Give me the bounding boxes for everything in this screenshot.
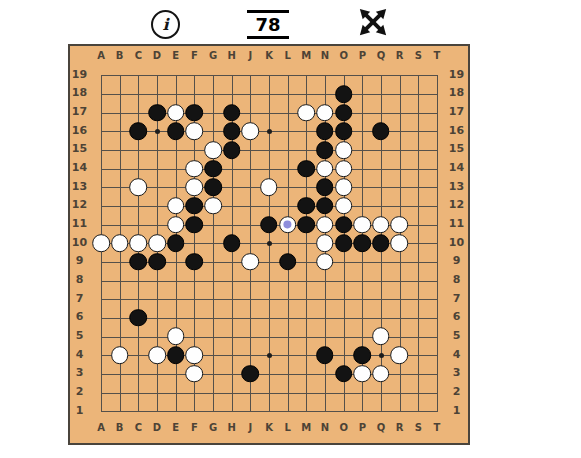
intersection-J2[interactable] — [241, 383, 260, 402]
intersection-N7[interactable] — [316, 290, 335, 309]
intersection-H15[interactable] — [222, 141, 241, 160]
intersection-D15[interactable] — [148, 141, 167, 160]
intersection-S6[interactable] — [409, 309, 428, 328]
intersection-O17[interactable] — [334, 103, 353, 122]
intersection-S4[interactable] — [409, 346, 428, 365]
intersection-L11[interactable] — [278, 215, 297, 234]
intersection-R8[interactable] — [390, 271, 409, 290]
intersection-A4[interactable] — [92, 346, 111, 365]
intersection-P19[interactable] — [353, 66, 372, 85]
intersection-R10[interactable] — [390, 234, 409, 253]
intersection-Q2[interactable] — [372, 383, 391, 402]
intersection-M1[interactable] — [297, 402, 316, 421]
intersection-C15[interactable] — [129, 141, 148, 160]
intersection-R18[interactable] — [390, 85, 409, 104]
intersection-F8[interactable] — [185, 271, 204, 290]
intersection-C18[interactable] — [129, 85, 148, 104]
intersection-P9[interactable] — [353, 253, 372, 272]
intersection-E4[interactable] — [166, 346, 185, 365]
intersection-T18[interactable] — [427, 85, 446, 104]
intersection-J19[interactable] — [241, 66, 260, 85]
intersection-O15[interactable] — [334, 141, 353, 160]
intersection-B2[interactable] — [110, 383, 129, 402]
intersection-O5[interactable] — [334, 327, 353, 346]
intersection-E19[interactable] — [166, 66, 185, 85]
intersection-T9[interactable] — [427, 253, 446, 272]
intersection-K18[interactable] — [260, 85, 279, 104]
intersection-G4[interactable] — [204, 346, 223, 365]
intersection-Q13[interactable] — [372, 178, 391, 197]
intersection-P1[interactable] — [353, 402, 372, 421]
intersection-J13[interactable] — [241, 178, 260, 197]
intersection-M6[interactable] — [297, 309, 316, 328]
intersection-L10[interactable] — [278, 234, 297, 253]
intersection-M4[interactable] — [297, 346, 316, 365]
intersection-J9[interactable] — [241, 253, 260, 272]
intersection-E5[interactable] — [166, 327, 185, 346]
intersection-M15[interactable] — [297, 141, 316, 160]
intersection-N15[interactable] — [316, 141, 335, 160]
intersection-K8[interactable] — [260, 271, 279, 290]
intersection-N13[interactable] — [316, 178, 335, 197]
intersection-L16[interactable] — [278, 122, 297, 141]
intersection-R6[interactable] — [390, 309, 409, 328]
intersection-M12[interactable] — [297, 197, 316, 216]
intersection-D10[interactable] — [148, 234, 167, 253]
intersection-C10[interactable] — [129, 234, 148, 253]
intersection-T3[interactable] — [427, 364, 446, 383]
intersection-G17[interactable] — [204, 103, 223, 122]
intersection-H16[interactable] — [222, 122, 241, 141]
intersection-O16[interactable] — [334, 122, 353, 141]
intersection-G15[interactable] — [204, 141, 223, 160]
intersection-K15[interactable] — [260, 141, 279, 160]
intersection-S16[interactable] — [409, 122, 428, 141]
intersection-A10[interactable] — [92, 234, 111, 253]
intersection-G11[interactable] — [204, 215, 223, 234]
intersection-F15[interactable] — [185, 141, 204, 160]
intersection-R2[interactable] — [390, 383, 409, 402]
intersection-R14[interactable] — [390, 159, 409, 178]
intersection-D9[interactable] — [148, 253, 167, 272]
intersection-Q11[interactable] — [372, 215, 391, 234]
intersection-A8[interactable] — [92, 271, 111, 290]
intersection-N12[interactable] — [316, 197, 335, 216]
intersection-G7[interactable] — [204, 290, 223, 309]
intersection-T14[interactable] — [427, 159, 446, 178]
intersection-H19[interactable] — [222, 66, 241, 85]
intersection-F10[interactable] — [185, 234, 204, 253]
intersection-N3[interactable] — [316, 364, 335, 383]
intersection-O11[interactable] — [334, 215, 353, 234]
intersection-S14[interactable] — [409, 159, 428, 178]
intersection-R16[interactable] — [390, 122, 409, 141]
intersection-F13[interactable] — [185, 178, 204, 197]
intersection-F5[interactable] — [185, 327, 204, 346]
intersection-E11[interactable] — [166, 215, 185, 234]
intersection-O1[interactable] — [334, 402, 353, 421]
intersection-E17[interactable] — [166, 103, 185, 122]
intersection-E6[interactable] — [166, 309, 185, 328]
intersection-B12[interactable] — [110, 197, 129, 216]
intersection-D17[interactable] — [148, 103, 167, 122]
intersection-D11[interactable] — [148, 215, 167, 234]
intersection-B9[interactable] — [110, 253, 129, 272]
intersection-O12[interactable] — [334, 197, 353, 216]
intersection-D8[interactable] — [148, 271, 167, 290]
intersection-Q7[interactable] — [372, 290, 391, 309]
intersection-O9[interactable] — [334, 253, 353, 272]
intersection-C6[interactable] — [129, 309, 148, 328]
intersection-G6[interactable] — [204, 309, 223, 328]
intersection-O4[interactable] — [334, 346, 353, 365]
intersection-T17[interactable] — [427, 103, 446, 122]
intersection-K5[interactable] — [260, 327, 279, 346]
intersection-R4[interactable] — [390, 346, 409, 365]
intersection-P13[interactable] — [353, 178, 372, 197]
intersection-E13[interactable] — [166, 178, 185, 197]
intersection-A7[interactable] — [92, 290, 111, 309]
intersection-C16[interactable] — [129, 122, 148, 141]
intersection-S19[interactable] — [409, 66, 428, 85]
intersection-G1[interactable] — [204, 402, 223, 421]
intersection-J4[interactable] — [241, 346, 260, 365]
intersection-H7[interactable] — [222, 290, 241, 309]
intersection-R15[interactable] — [390, 141, 409, 160]
intersection-E3[interactable] — [166, 364, 185, 383]
intersection-B7[interactable] — [110, 290, 129, 309]
intersection-G9[interactable] — [204, 253, 223, 272]
intersection-M5[interactable] — [297, 327, 316, 346]
intersection-B4[interactable] — [110, 346, 129, 365]
intersection-J18[interactable] — [241, 85, 260, 104]
intersection-J7[interactable] — [241, 290, 260, 309]
intersection-G10[interactable] — [204, 234, 223, 253]
intersection-M16[interactable] — [297, 122, 316, 141]
intersection-S9[interactable] — [409, 253, 428, 272]
intersection-J8[interactable] — [241, 271, 260, 290]
intersection-T4[interactable] — [427, 346, 446, 365]
intersection-F12[interactable] — [185, 197, 204, 216]
intersection-P18[interactable] — [353, 85, 372, 104]
intersection-S18[interactable] — [409, 85, 428, 104]
intersection-G14[interactable] — [204, 159, 223, 178]
intersection-J15[interactable] — [241, 141, 260, 160]
intersection-T5[interactable] — [427, 327, 446, 346]
intersection-L12[interactable] — [278, 197, 297, 216]
intersection-G8[interactable] — [204, 271, 223, 290]
intersection-A16[interactable] — [92, 122, 111, 141]
intersection-N11[interactable] — [316, 215, 335, 234]
intersection-C11[interactable] — [129, 215, 148, 234]
intersection-S3[interactable] — [409, 364, 428, 383]
intersection-O7[interactable] — [334, 290, 353, 309]
intersection-P5[interactable] — [353, 327, 372, 346]
intersection-C13[interactable] — [129, 178, 148, 197]
intersection-F3[interactable] — [185, 364, 204, 383]
intersection-H18[interactable] — [222, 85, 241, 104]
intersection-P15[interactable] — [353, 141, 372, 160]
intersection-M10[interactable] — [297, 234, 316, 253]
intersection-C17[interactable] — [129, 103, 148, 122]
intersection-E7[interactable] — [166, 290, 185, 309]
intersection-L1[interactable] — [278, 402, 297, 421]
intersection-S11[interactable] — [409, 215, 428, 234]
intersection-A19[interactable] — [92, 66, 111, 85]
intersection-Q3[interactable] — [372, 364, 391, 383]
intersection-Q1[interactable] — [372, 402, 391, 421]
intersection-H13[interactable] — [222, 178, 241, 197]
intersection-Q8[interactable] — [372, 271, 391, 290]
intersection-H4[interactable] — [222, 346, 241, 365]
intersection-H17[interactable] — [222, 103, 241, 122]
intersection-G16[interactable] — [204, 122, 223, 141]
intersection-E10[interactable] — [166, 234, 185, 253]
intersection-A13[interactable] — [92, 178, 111, 197]
intersection-N9[interactable] — [316, 253, 335, 272]
intersection-L4[interactable] — [278, 346, 297, 365]
intersection-N1[interactable] — [316, 402, 335, 421]
intersection-C3[interactable] — [129, 364, 148, 383]
intersection-K2[interactable] — [260, 383, 279, 402]
intersection-F19[interactable] — [185, 66, 204, 85]
intersection-B13[interactable] — [110, 178, 129, 197]
intersection-P10[interactable] — [353, 234, 372, 253]
intersection-L13[interactable] — [278, 178, 297, 197]
intersection-D19[interactable] — [148, 66, 167, 85]
intersection-E16[interactable] — [166, 122, 185, 141]
intersection-F9[interactable] — [185, 253, 204, 272]
intersection-J1[interactable] — [241, 402, 260, 421]
intersection-L3[interactable] — [278, 364, 297, 383]
intersection-L6[interactable] — [278, 309, 297, 328]
intersection-F14[interactable] — [185, 159, 204, 178]
intersection-P14[interactable] — [353, 159, 372, 178]
intersection-E14[interactable] — [166, 159, 185, 178]
intersection-A11[interactable] — [92, 215, 111, 234]
intersection-C8[interactable] — [129, 271, 148, 290]
intersection-D14[interactable] — [148, 159, 167, 178]
intersection-C2[interactable] — [129, 383, 148, 402]
intersection-L5[interactable] — [278, 327, 297, 346]
intersection-G13[interactable] — [204, 178, 223, 197]
intersection-A1[interactable] — [92, 402, 111, 421]
intersection-O6[interactable] — [334, 309, 353, 328]
intersection-N18[interactable] — [316, 85, 335, 104]
intersection-J14[interactable] — [241, 159, 260, 178]
intersection-N19[interactable] — [316, 66, 335, 85]
intersection-M18[interactable] — [297, 85, 316, 104]
intersection-M17[interactable] — [297, 103, 316, 122]
intersection-B15[interactable] — [110, 141, 129, 160]
intersection-B1[interactable] — [110, 402, 129, 421]
intersection-B8[interactable] — [110, 271, 129, 290]
intersection-L14[interactable] — [278, 159, 297, 178]
intersection-E12[interactable] — [166, 197, 185, 216]
intersection-S1[interactable] — [409, 402, 428, 421]
intersection-C1[interactable] — [129, 402, 148, 421]
intersection-C5[interactable] — [129, 327, 148, 346]
intersection-C14[interactable] — [129, 159, 148, 178]
intersection-K3[interactable] — [260, 364, 279, 383]
intersection-B17[interactable] — [110, 103, 129, 122]
intersection-K19[interactable] — [260, 66, 279, 85]
intersection-F7[interactable] — [185, 290, 204, 309]
intersection-C4[interactable] — [129, 346, 148, 365]
intersection-R17[interactable] — [390, 103, 409, 122]
intersection-P7[interactable] — [353, 290, 372, 309]
intersection-O8[interactable] — [334, 271, 353, 290]
intersection-D1[interactable] — [148, 402, 167, 421]
intersection-M9[interactable] — [297, 253, 316, 272]
intersection-K17[interactable] — [260, 103, 279, 122]
intersection-A18[interactable] — [92, 85, 111, 104]
intersection-M2[interactable] — [297, 383, 316, 402]
info-button[interactable]: i — [151, 10, 180, 39]
intersection-Q10[interactable] — [372, 234, 391, 253]
intersection-M14[interactable] — [297, 159, 316, 178]
intersection-T1[interactable] — [427, 402, 446, 421]
intersection-T11[interactable] — [427, 215, 446, 234]
intersection-K16[interactable] — [260, 122, 279, 141]
intersection-J10[interactable] — [241, 234, 260, 253]
intersection-N16[interactable] — [316, 122, 335, 141]
intersection-K11[interactable] — [260, 215, 279, 234]
intersection-Q18[interactable] — [372, 85, 391, 104]
intersection-B14[interactable] — [110, 159, 129, 178]
intersection-G12[interactable] — [204, 197, 223, 216]
intersection-J12[interactable] — [241, 197, 260, 216]
intersection-D18[interactable] — [148, 85, 167, 104]
intersection-H6[interactable] — [222, 309, 241, 328]
intersection-B16[interactable] — [110, 122, 129, 141]
intersection-N10[interactable] — [316, 234, 335, 253]
intersection-L18[interactable] — [278, 85, 297, 104]
intersection-P17[interactable] — [353, 103, 372, 122]
intersection-D13[interactable] — [148, 178, 167, 197]
intersection-N5[interactable] — [316, 327, 335, 346]
intersection-K10[interactable] — [260, 234, 279, 253]
intersection-H11[interactable] — [222, 215, 241, 234]
intersection-H14[interactable] — [222, 159, 241, 178]
intersection-E2[interactable] — [166, 383, 185, 402]
intersection-A5[interactable] — [92, 327, 111, 346]
intersection-R19[interactable] — [390, 66, 409, 85]
intersection-K9[interactable] — [260, 253, 279, 272]
intersection-N4[interactable] — [316, 346, 335, 365]
intersection-A14[interactable] — [92, 159, 111, 178]
intersection-D3[interactable] — [148, 364, 167, 383]
intersection-K1[interactable] — [260, 402, 279, 421]
intersection-Q15[interactable] — [372, 141, 391, 160]
intersection-F11[interactable] — [185, 215, 204, 234]
intersection-T6[interactable] — [427, 309, 446, 328]
intersection-G5[interactable] — [204, 327, 223, 346]
intersection-N14[interactable] — [316, 159, 335, 178]
intersection-B3[interactable] — [110, 364, 129, 383]
intersection-S13[interactable] — [409, 178, 428, 197]
intersection-O2[interactable] — [334, 383, 353, 402]
intersection-H10[interactable] — [222, 234, 241, 253]
intersection-M3[interactable] — [297, 364, 316, 383]
intersection-E15[interactable] — [166, 141, 185, 160]
intersection-D5[interactable] — [148, 327, 167, 346]
intersection-N2[interactable] — [316, 383, 335, 402]
intersection-L17[interactable] — [278, 103, 297, 122]
intersection-C19[interactable] — [129, 66, 148, 85]
intersection-H1[interactable] — [222, 402, 241, 421]
intersection-G3[interactable] — [204, 364, 223, 383]
intersection-S17[interactable] — [409, 103, 428, 122]
intersection-K12[interactable] — [260, 197, 279, 216]
intersection-D6[interactable] — [148, 309, 167, 328]
intersection-D12[interactable] — [148, 197, 167, 216]
intersection-O19[interactable] — [334, 66, 353, 85]
intersection-H3[interactable] — [222, 364, 241, 383]
intersection-Q4[interactable] — [372, 346, 391, 365]
intersection-S7[interactable] — [409, 290, 428, 309]
intersection-D7[interactable] — [148, 290, 167, 309]
intersection-P6[interactable] — [353, 309, 372, 328]
intersection-G2[interactable] — [204, 383, 223, 402]
intersection-F2[interactable] — [185, 383, 204, 402]
intersection-N6[interactable] — [316, 309, 335, 328]
intersection-S8[interactable] — [409, 271, 428, 290]
intersection-K7[interactable] — [260, 290, 279, 309]
intersection-H2[interactable] — [222, 383, 241, 402]
intersection-F18[interactable] — [185, 85, 204, 104]
intersection-J17[interactable] — [241, 103, 260, 122]
intersection-L15[interactable] — [278, 141, 297, 160]
intersection-S15[interactable] — [409, 141, 428, 160]
swap-button[interactable] — [356, 7, 390, 39]
intersection-L19[interactable] — [278, 66, 297, 85]
intersection-L9[interactable] — [278, 253, 297, 272]
intersection-T13[interactable] — [427, 178, 446, 197]
intersection-Q9[interactable] — [372, 253, 391, 272]
intersection-S5[interactable] — [409, 327, 428, 346]
intersection-T7[interactable] — [427, 290, 446, 309]
intersection-J6[interactable] — [241, 309, 260, 328]
intersection-A12[interactable] — [92, 197, 111, 216]
intersection-T8[interactable] — [427, 271, 446, 290]
intersection-P16[interactable] — [353, 122, 372, 141]
intersection-F4[interactable] — [185, 346, 204, 365]
intersection-S2[interactable] — [409, 383, 428, 402]
intersection-R1[interactable] — [390, 402, 409, 421]
intersection-C9[interactable] — [129, 253, 148, 272]
intersection-P2[interactable] — [353, 383, 372, 402]
intersection-O14[interactable] — [334, 159, 353, 178]
intersection-E8[interactable] — [166, 271, 185, 290]
intersection-M11[interactable] — [297, 215, 316, 234]
intersection-P8[interactable] — [353, 271, 372, 290]
intersection-E18[interactable] — [166, 85, 185, 104]
intersection-B18[interactable] — [110, 85, 129, 104]
intersection-M19[interactable] — [297, 66, 316, 85]
intersection-T12[interactable] — [427, 197, 446, 216]
intersection-T15[interactable] — [427, 141, 446, 160]
intersection-G18[interactable] — [204, 85, 223, 104]
intersection-E9[interactable] — [166, 253, 185, 272]
intersection-Q5[interactable] — [372, 327, 391, 346]
intersection-O10[interactable] — [334, 234, 353, 253]
intersection-F1[interactable] — [185, 402, 204, 421]
intersection-H5[interactable] — [222, 327, 241, 346]
intersection-A2[interactable] — [92, 383, 111, 402]
intersection-C7[interactable] — [129, 290, 148, 309]
intersection-H8[interactable] — [222, 271, 241, 290]
